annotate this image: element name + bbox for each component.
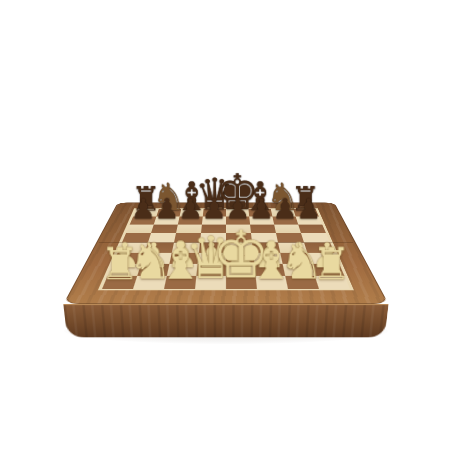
piece-black-pawn: ♟ [296, 195, 321, 223]
perspective-container: ♜♞♝♛♚♝♞♜♟♟♟♟♟♟♟♟♟♟♟♟♟♟♟♟♜♞♝♛♚♝♞♜ [0, 0, 452, 452]
piece-black-pawn: ♟ [272, 195, 297, 223]
piece-black-pawn: ♟ [178, 195, 203, 223]
piece-white-rook: ♜ [312, 242, 352, 286]
chess-board: ♜♞♝♛♚♝♞♜♟♟♟♟♟♟♟♟♟♟♟♟♟♟♟♟♜♞♝♛♚♝♞♜ [63, 202, 388, 303]
piece-black-pawn: ♟ [154, 195, 179, 223]
board-case-side [63, 304, 388, 338]
chess-set-product-photo: ♜♞♝♛♚♝♞♜♟♟♟♟♟♟♟♟♟♟♟♟♟♟♟♟♜♞♝♛♚♝♞♜ [0, 0, 452, 452]
piece-black-pawn: ♟ [131, 195, 156, 223]
